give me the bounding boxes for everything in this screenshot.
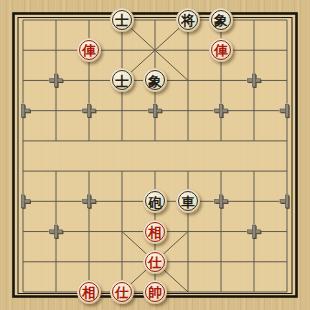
board-intersection[interactable] [40,277,73,307]
board-intersection[interactable] [205,65,238,95]
board-intersection[interactable] [172,156,205,186]
board-intersection[interactable] [271,247,304,277]
board-intersection[interactable] [205,96,238,126]
piece-black-general[interactable]: 将 [176,8,200,32]
board-intersection[interactable] [40,186,73,216]
piece-red-chariot-2[interactable]: 俥 [209,38,233,62]
board-intersection[interactable]: 帥 [139,277,172,307]
board-intersection[interactable] [172,216,205,246]
piece-black-cannon[interactable]: 砲 [143,189,167,213]
board-intersection[interactable] [205,247,238,277]
board-intersection[interactable] [139,126,172,156]
board-intersection[interactable] [271,35,304,65]
board-intersection[interactable] [73,126,106,156]
piece-black-elephant-2[interactable]: 象 [143,68,167,92]
board-intersection[interactable] [205,277,238,307]
board-intersection[interactable]: 士 [106,65,139,95]
board-intersection[interactable] [7,277,40,307]
board-intersection[interactable] [106,156,139,186]
board-intersection[interactable]: 象 [139,65,172,95]
board-intersection[interactable] [238,65,271,95]
board-intersection[interactable] [139,5,172,35]
board-intersection[interactable]: 象 [205,5,238,35]
xiangqi-board: 士将象俥俥士象砲車相仕相仕帥 [0,0,310,310]
piece-red-general[interactable]: 帥 [143,280,167,304]
piece-glyph: 相 [82,286,96,300]
piece-glyph: 士 [115,74,129,88]
board-intersection[interactable] [238,277,271,307]
board-intersection[interactable] [73,156,106,186]
piece-red-advisor-1[interactable]: 仕 [143,250,167,274]
board-intersection[interactable] [271,277,304,307]
board-intersection[interactable] [7,126,40,156]
piece-black-elephant-1[interactable]: 象 [209,8,233,32]
board-intersection[interactable] [238,247,271,277]
board-intersection[interactable] [172,96,205,126]
board-intersection[interactable] [238,5,271,35]
intersection-grid: 士将象俥俥士象砲車相仕相仕帥 [7,5,304,307]
board-intersection[interactable] [40,35,73,65]
board-intersection[interactable] [271,216,304,246]
board-intersection[interactable] [73,186,106,216]
board-intersection[interactable]: 仕 [139,247,172,277]
piece-red-elephant-2[interactable]: 相 [77,280,101,304]
board-intersection[interactable] [271,156,304,186]
piece-red-elephant-1[interactable]: 相 [143,220,167,244]
piece-glyph: 俥 [82,44,96,58]
board-intersection[interactable] [7,35,40,65]
board-intersection[interactable] [106,216,139,246]
board-intersection[interactable] [7,186,40,216]
piece-glyph: 車 [181,195,195,209]
board-intersection[interactable] [238,216,271,246]
board-intersection[interactable] [73,247,106,277]
board-intersection[interactable] [73,65,106,95]
piece-glyph: 砲 [148,195,162,209]
board-intersection[interactable] [106,247,139,277]
piece-red-chariot-1[interactable]: 俥 [77,38,101,62]
piece-glyph: 帥 [148,286,162,300]
board-intersection[interactable]: 仕 [106,277,139,307]
board-intersection[interactable] [7,156,40,186]
board-intersection[interactable] [238,186,271,216]
board-intersection[interactable] [40,5,73,35]
board-intersection[interactable] [205,216,238,246]
board-intersection[interactable] [106,186,139,216]
board-intersection[interactable] [106,35,139,65]
board-intersection[interactable] [205,156,238,186]
board-intersection[interactable] [7,247,40,277]
piece-glyph: 士 [115,14,129,28]
board-intersection[interactable] [172,277,205,307]
board-intersection[interactable] [40,247,73,277]
board-intersection[interactable] [238,156,271,186]
board-intersection[interactable] [139,156,172,186]
piece-glyph: 相 [148,225,162,239]
board-intersection[interactable] [73,5,106,35]
board-intersection[interactable] [40,65,73,95]
piece-black-advisor-2[interactable]: 士 [110,68,134,92]
board-intersection[interactable] [40,156,73,186]
board-intersection[interactable] [238,126,271,156]
board-intersection[interactable] [7,96,40,126]
piece-glyph: 俥 [214,44,228,58]
board-intersection[interactable] [271,126,304,156]
piece-red-advisor-2[interactable]: 仕 [110,280,134,304]
piece-black-advisor-1[interactable]: 士 [110,8,134,32]
board-intersection[interactable] [205,126,238,156]
piece-glyph: 仕 [115,286,129,300]
board-intersection[interactable] [7,65,40,95]
piece-black-chariot[interactable]: 車 [176,189,200,213]
board-intersection[interactable]: 相 [139,216,172,246]
board-intersection[interactable]: 俥 [73,35,106,65]
board-intersection[interactable] [106,126,139,156]
piece-glyph: 将 [181,14,195,28]
board-intersection[interactable] [139,96,172,126]
board-intersection[interactable] [271,96,304,126]
board-intersection[interactable] [271,5,304,35]
piece-glyph: 象 [214,14,228,28]
board-intersection[interactable]: 車 [172,186,205,216]
board-intersection[interactable] [238,96,271,126]
board-intersection[interactable] [40,216,73,246]
piece-glyph: 仕 [148,256,162,270]
board-intersection[interactable]: 俥 [205,35,238,65]
board-intersection[interactable] [205,186,238,216]
board-intersection[interactable] [172,35,205,65]
board-intersection[interactable]: 将 [172,5,205,35]
board-intersection[interactable] [238,35,271,65]
board-intersection[interactable]: 相 [73,277,106,307]
board-intersection[interactable] [271,65,304,95]
board-intersection[interactable] [40,96,73,126]
board-intersection[interactable] [271,186,304,216]
board-intersection[interactable] [7,216,40,246]
board-intersection[interactable] [73,96,106,126]
board-intersection[interactable] [7,5,40,35]
board-intersection[interactable] [139,35,172,65]
board-intersection[interactable] [73,216,106,246]
board-intersection[interactable] [172,247,205,277]
board-intersection[interactable] [40,126,73,156]
board-intersection[interactable] [106,96,139,126]
piece-glyph: 象 [148,74,162,88]
board-intersection[interactable] [172,65,205,95]
board-intersection[interactable]: 砲 [139,186,172,216]
board-intersection[interactable]: 士 [106,5,139,35]
board-intersection[interactable] [172,126,205,156]
